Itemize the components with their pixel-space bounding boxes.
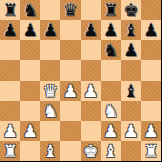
square-b5[interactable] <box>20 60 40 80</box>
square-b7[interactable]: ♟ <box>20 20 40 40</box>
square-h5[interactable] <box>141 60 161 80</box>
square-c8[interactable] <box>40 0 60 20</box>
piece-white-rook[interactable]: ♜ <box>2 141 17 161</box>
square-g5[interactable] <box>121 60 141 80</box>
piece-black-king[interactable]: ♚ <box>123 0 138 20</box>
square-a5[interactable] <box>0 60 20 80</box>
square-c1[interactable]: ♝ <box>40 141 60 161</box>
square-e1[interactable]: ♚ <box>81 141 101 161</box>
square-d6[interactable] <box>60 40 80 60</box>
square-g4[interactable]: ♝ <box>121 81 141 101</box>
piece-white-bishop[interactable]: ♝ <box>43 141 58 161</box>
square-a1[interactable]: ♜ <box>0 141 20 161</box>
piece-black-pawn[interactable]: ♟ <box>143 20 158 40</box>
piece-white-pawn[interactable]: ♟ <box>143 121 158 141</box>
square-h2[interactable]: ♟ <box>141 121 161 141</box>
piece-black-bishop[interactable]: ♝ <box>123 81 138 101</box>
square-c7[interactable]: ♟ <box>40 20 60 40</box>
square-e6[interactable] <box>81 40 101 60</box>
square-g1[interactable] <box>121 141 141 161</box>
square-c3[interactable]: ♞ <box>40 101 60 121</box>
piece-white-knight[interactable]: ♞ <box>43 101 58 121</box>
square-f4[interactable] <box>101 81 121 101</box>
square-d7[interactable] <box>60 20 80 40</box>
square-f3[interactable]: ♞ <box>101 101 121 121</box>
square-d3[interactable] <box>60 101 80 121</box>
square-g7[interactable]: ♝ <box>121 20 141 40</box>
piece-black-rook[interactable]: ♜ <box>103 0 118 20</box>
square-a7[interactable]: ♟ <box>0 20 20 40</box>
piece-black-bishop[interactable]: ♝ <box>123 20 138 40</box>
square-f5[interactable] <box>101 60 121 80</box>
square-h4[interactable] <box>141 81 161 101</box>
square-b2[interactable]: ♟ <box>20 121 40 141</box>
piece-white-bishop[interactable]: ♝ <box>103 141 118 161</box>
square-a6[interactable] <box>0 40 20 60</box>
square-h8[interactable] <box>141 0 161 20</box>
square-g3[interactable] <box>121 101 141 121</box>
square-c4[interactable]: ♛ <box>40 81 60 101</box>
square-h7[interactable]: ♟ <box>141 20 161 40</box>
square-a4[interactable] <box>0 81 20 101</box>
piece-white-knight[interactable]: ♞ <box>103 101 118 121</box>
square-b4[interactable] <box>20 81 40 101</box>
square-e8[interactable] <box>81 0 101 20</box>
piece-white-pawn[interactable]: ♟ <box>23 121 38 141</box>
piece-black-pawn[interactable]: ♟ <box>23 20 38 40</box>
piece-white-pawn[interactable]: ♟ <box>83 81 98 101</box>
square-e2[interactable] <box>81 121 101 141</box>
square-a2[interactable]: ♟ <box>0 121 20 141</box>
piece-black-pawn[interactable]: ♟ <box>2 20 17 40</box>
piece-white-pawn[interactable]: ♟ <box>103 121 118 141</box>
piece-black-pawn[interactable]: ♟ <box>83 20 98 40</box>
square-g8[interactable]: ♚ <box>121 0 141 20</box>
square-d5[interactable] <box>60 60 80 80</box>
square-a3[interactable] <box>0 101 20 121</box>
piece-white-king[interactable]: ♚ <box>83 141 98 161</box>
square-b1[interactable] <box>20 141 40 161</box>
square-g6[interactable]: ♟ <box>121 40 141 60</box>
piece-black-rook[interactable]: ♜ <box>2 0 17 20</box>
piece-white-pawn[interactable]: ♟ <box>2 121 17 141</box>
square-e5[interactable] <box>81 60 101 80</box>
square-e4[interactable]: ♟ <box>81 81 101 101</box>
piece-black-knight[interactable]: ♞ <box>103 40 118 60</box>
square-c5[interactable] <box>40 60 60 80</box>
square-e3[interactable] <box>81 101 101 121</box>
piece-white-rook[interactable]: ♜ <box>143 141 158 161</box>
square-a8[interactable]: ♜ <box>0 0 20 20</box>
piece-black-knight[interactable]: ♞ <box>23 0 38 20</box>
piece-white-queen[interactable]: ♛ <box>43 81 58 101</box>
square-b3[interactable] <box>20 101 40 121</box>
piece-black-pawn[interactable]: ♟ <box>43 20 58 40</box>
square-f7[interactable]: ♟ <box>101 20 121 40</box>
square-f2[interactable]: ♟ <box>101 121 121 141</box>
square-h1[interactable]: ♜ <box>141 141 161 161</box>
square-h3[interactable] <box>141 101 161 121</box>
piece-black-pawn[interactable]: ♟ <box>123 40 138 60</box>
square-d1[interactable] <box>60 141 80 161</box>
piece-white-pawn[interactable]: ♟ <box>123 121 138 141</box>
square-f1[interactable]: ♝ <box>101 141 121 161</box>
square-c6[interactable] <box>40 40 60 60</box>
square-d2[interactable] <box>60 121 80 141</box>
piece-black-pawn[interactable]: ♟ <box>103 20 118 40</box>
square-h6[interactable] <box>141 40 161 60</box>
square-b6[interactable] <box>20 40 40 60</box>
square-b8[interactable]: ♞ <box>20 0 40 20</box>
square-d4[interactable]: ♟ <box>60 81 80 101</box>
square-c2[interactable] <box>40 121 60 141</box>
piece-white-pawn[interactable]: ♟ <box>63 81 78 101</box>
square-e7[interactable]: ♟ <box>81 20 101 40</box>
square-f6[interactable]: ♞ <box>101 40 121 60</box>
square-f8[interactable]: ♜ <box>101 0 121 20</box>
chess-board: ♜♞♛♜♚♟♟♟♟♟♝♟♞♟♛♟♟♝♞♞♟♟♟♟♟♜♝♚♝♜ <box>0 0 162 162</box>
piece-black-queen[interactable]: ♛ <box>63 0 78 20</box>
square-d8[interactable]: ♛ <box>60 0 80 20</box>
square-g2[interactable]: ♟ <box>121 121 141 141</box>
